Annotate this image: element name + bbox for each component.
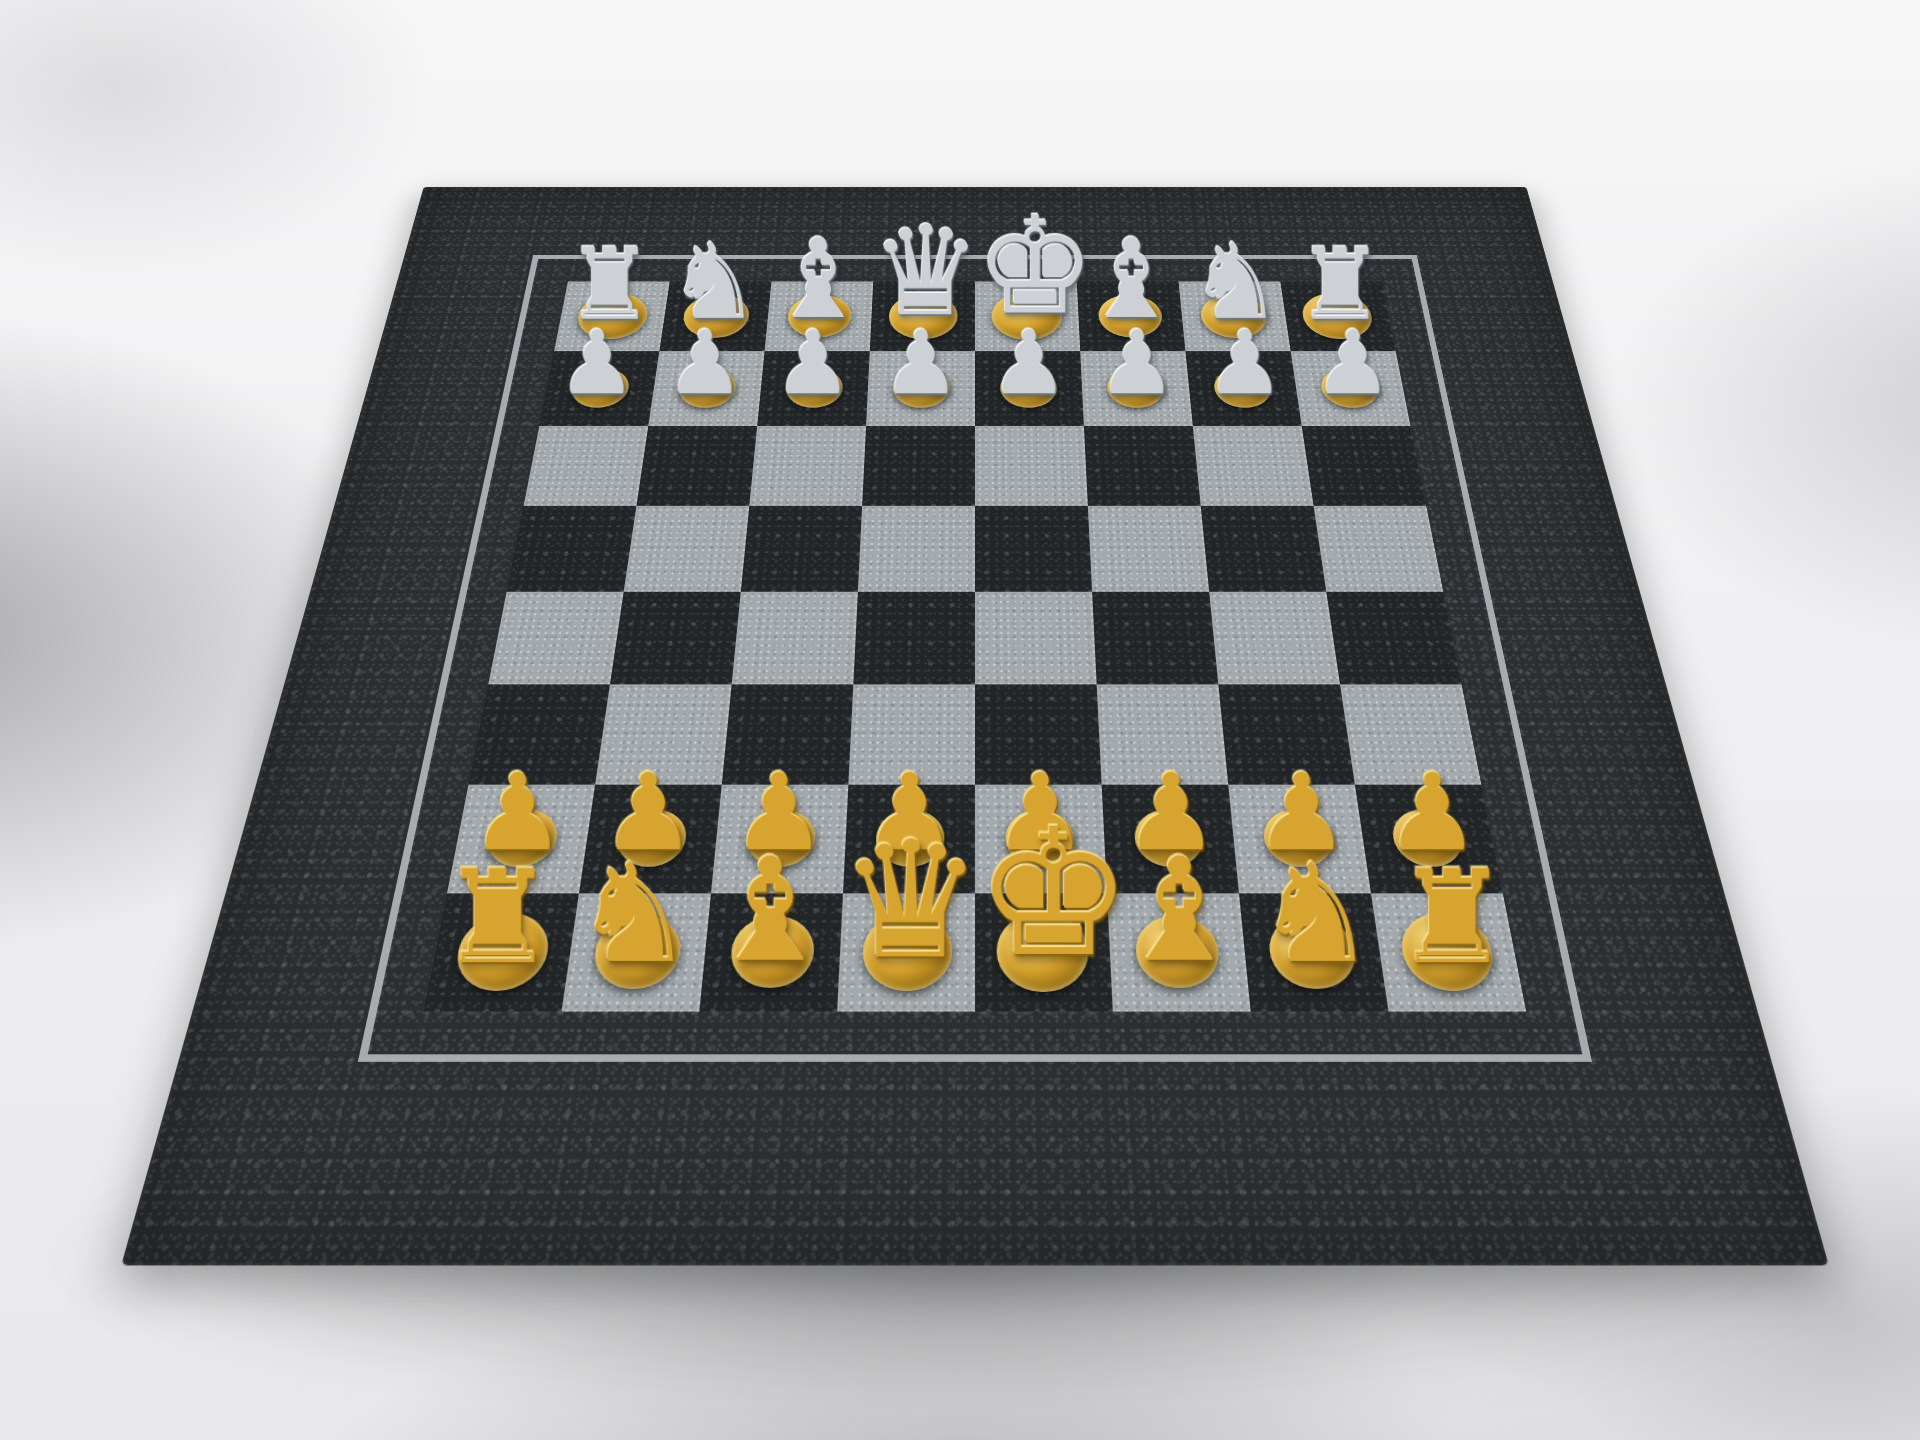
piece-black-pawn-b7[interactable]: ♟ xyxy=(651,319,759,407)
piece-black-pawn-g7[interactable]: ♟ xyxy=(1191,319,1299,407)
piece-black-pawn-d7[interactable]: ♟ xyxy=(867,319,975,407)
piece-white-knight-g1[interactable]: ♞ xyxy=(1248,845,1384,981)
piece-white-rook-a1[interactable]: ♜ xyxy=(430,852,566,981)
board-plane: ♜♞♝♛♚♝♞♜♟♟♟♟♟♟♟♟♟♟♟♟♟♟♟♟♜♞♝♛♚♝♞♜ xyxy=(121,187,1829,1266)
piece-black-pawn-c7[interactable]: ♟ xyxy=(759,319,867,407)
piece-white-queen-d1[interactable]: ♛ xyxy=(839,820,975,982)
piece-white-rook-h1[interactable]: ♜ xyxy=(1384,852,1520,981)
piece-black-pawn-e7[interactable]: ♟ xyxy=(975,319,1083,407)
piece-white-bishop-f1[interactable]: ♝ xyxy=(1111,838,1247,981)
piece-black-pawn-a7[interactable]: ♟ xyxy=(543,319,651,407)
piece-white-bishop-c1[interactable]: ♝ xyxy=(702,838,838,981)
piece-white-king-e1[interactable]: ♚ xyxy=(975,806,1111,982)
piece-black-pawn-f7[interactable]: ♟ xyxy=(1083,319,1191,407)
chess-scene: ♜♞♝♛♚♝♞♜♟♟♟♟♟♟♟♟♟♟♟♟♟♟♟♟♜♞♝♛♚♝♞♜ xyxy=(0,0,1920,1440)
piece-black-pawn-h7[interactable]: ♟ xyxy=(1299,319,1407,407)
pieces-layer: ♜♞♝♛♚♝♞♜♟♟♟♟♟♟♟♟♟♟♟♟♟♟♟♟♜♞♝♛♚♝♞♜ xyxy=(121,187,1829,1266)
piece-white-knight-b1[interactable]: ♞ xyxy=(566,845,702,981)
